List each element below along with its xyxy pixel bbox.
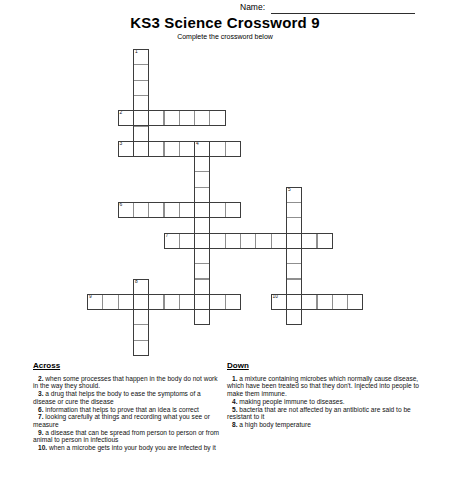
name-label: Name: [240, 2, 265, 12]
grid-cell[interactable] [179, 202, 195, 218]
grid-cell[interactable] [225, 233, 241, 249]
grid-cell[interactable] [118, 294, 134, 310]
clue-number-label: 6. [38, 406, 44, 413]
grid-cell[interactable] [133, 110, 149, 126]
grid-cell[interactable] [194, 171, 210, 187]
clue-number-label: 8. [232, 421, 238, 428]
grid-cell[interactable]: 9 [87, 294, 103, 310]
clue-number-label: 3. [38, 390, 44, 397]
grid-cell[interactable] [194, 202, 210, 218]
grid-cell[interactable] [194, 279, 210, 295]
crossword-grid: 12345678910 [87, 49, 364, 356]
clue-down-8: 8. a high body temperature [227, 421, 424, 429]
grid-cell[interactable] [347, 294, 363, 310]
grid-cell[interactable]: 5 [286, 187, 302, 203]
clue-across-2: 2. when some processes that happen in th… [33, 375, 223, 390]
grid-cell[interactable] [133, 294, 149, 310]
grid-cell[interactable] [194, 263, 210, 279]
grid-cell[interactable] [133, 309, 149, 325]
grid-cell[interactable] [148, 202, 164, 218]
clue-across-9: 9. a disease that can be spread from per… [33, 429, 223, 444]
grid-cell[interactable]: 1 [133, 49, 149, 65]
grid-cell[interactable] [102, 294, 118, 310]
page-subtitle: Complete the crossword below [0, 33, 450, 40]
grid-cell[interactable] [194, 110, 210, 126]
grid-cell[interactable] [133, 340, 149, 356]
grid-cell[interactable]: 10 [271, 294, 287, 310]
grid-cell[interactable] [332, 294, 348, 310]
grid-cell[interactable] [286, 309, 302, 325]
grid-cell[interactable] [194, 294, 210, 310]
across-clue-list: 2. when some processes that happen in th… [33, 375, 223, 452]
grid-cell[interactable]: 4 [194, 141, 210, 157]
clue-down-4: 4. making people immune to diseases. [227, 398, 424, 406]
down-clues-section: Down 1. a mixture containing microbes wh… [227, 362, 424, 429]
clue-number-label: 1. [232, 375, 238, 382]
grid-cell[interactable] [133, 95, 149, 111]
grid-cell[interactable] [194, 233, 210, 249]
grid-cell[interactable]: 7 [164, 233, 180, 249]
grid-cell[interactable] [179, 110, 195, 126]
grid-cell[interactable] [317, 294, 333, 310]
clue-number-label: 2. [38, 375, 44, 382]
across-header: Across [33, 362, 223, 370]
grid-cell[interactable]: 3 [118, 141, 134, 157]
clue-across-10: 10. when a microbe gets into your body y… [33, 444, 223, 452]
cell-number: 2 [120, 111, 123, 116]
clue-across-6: 6. information that helps to prove that … [33, 406, 223, 414]
grid-cell[interactable] [164, 202, 180, 218]
down-header: Down [227, 362, 424, 370]
grid-cell[interactable] [179, 233, 195, 249]
grid-cell[interactable] [133, 80, 149, 96]
grid-cell[interactable] [286, 217, 302, 233]
grid-cell[interactable] [164, 110, 180, 126]
grid-cell[interactable] [194, 248, 210, 264]
grid-cell[interactable] [286, 248, 302, 264]
grid-cell[interactable] [209, 294, 225, 310]
grid-cell[interactable] [148, 141, 164, 157]
cell-number: 1 [135, 50, 138, 55]
clue-number-label: 7. [38, 413, 44, 420]
grid-cell[interactable] [271, 233, 287, 249]
cell-number: 4 [196, 142, 199, 147]
cell-number: 5 [288, 188, 291, 193]
name-field[interactable] [271, 2, 415, 14]
clue-number-label: 10. [38, 444, 47, 451]
grid-cell[interactable] [301, 233, 317, 249]
across-clues-section: Across 2. when some processes that happe… [33, 362, 223, 452]
grid-cell[interactable] [194, 309, 210, 325]
grid-cell[interactable] [133, 141, 149, 157]
grid-cell[interactable] [301, 294, 317, 310]
grid-cell[interactable] [286, 233, 302, 249]
grid-cell[interactable] [286, 202, 302, 218]
grid-cell[interactable] [209, 233, 225, 249]
grid-cell[interactable] [194, 187, 210, 203]
clue-across-3: 3. a drug that helps the body to ease th… [33, 390, 223, 405]
grid-cell[interactable] [225, 202, 241, 218]
clue-number-label: 9. [38, 429, 44, 436]
clue-number-label: 4. [232, 398, 238, 405]
clue-across-7: 7. looking carefully at things and recor… [33, 413, 223, 428]
grid-cell[interactable]: 2 [118, 110, 134, 126]
grid-cell[interactable] [286, 294, 302, 310]
clue-down-5: 5. bacteria that are not affected by an … [227, 406, 424, 421]
grid-cell[interactable] [164, 294, 180, 310]
cell-number: 3 [120, 142, 123, 147]
grid-cell[interactable] [225, 141, 241, 157]
cell-number: 10 [273, 295, 278, 300]
grid-cell[interactable] [286, 263, 302, 279]
grid-cell[interactable] [225, 294, 241, 310]
cell-number: 7 [166, 234, 169, 239]
grid-cell[interactable] [194, 156, 210, 172]
grid-cell[interactable] [133, 64, 149, 80]
clue-number-label: 5. [232, 406, 238, 413]
grid-cell[interactable] [148, 294, 164, 310]
cell-number: 8 [135, 280, 138, 285]
grid-cell[interactable] [148, 110, 164, 126]
grid-cell[interactable] [317, 233, 333, 249]
grid-cell[interactable] [164, 141, 180, 157]
worksheet-page: { "game": "crossword", "header": { "name… [0, 0, 450, 500]
grid-cell[interactable] [133, 324, 149, 340]
grid-cell[interactable] [179, 141, 195, 157]
grid-cell[interactable] [133, 126, 149, 142]
grid-cell[interactable] [240, 233, 256, 249]
grid-cell[interactable] [209, 141, 225, 157]
cell-number: 9 [89, 295, 92, 300]
grid-cell[interactable] [255, 233, 271, 249]
grid-cell[interactable]: 8 [133, 279, 149, 295]
grid-cell[interactable]: 6 [118, 202, 134, 218]
grid-cell[interactable] [179, 294, 195, 310]
grid-cell[interactable] [194, 217, 210, 233]
down-clue-list: 1. a mixture containing microbes which n… [227, 375, 424, 429]
clue-down-1: 1. a mixture containing microbes which n… [227, 375, 424, 398]
cell-number: 6 [120, 203, 123, 208]
grid-cell[interactable] [286, 279, 302, 295]
grid-cell[interactable] [133, 202, 149, 218]
grid-cell[interactable] [209, 110, 225, 126]
page-title: KS3 Science Crossword 9 [0, 14, 450, 31]
grid-cell[interactable] [209, 202, 225, 218]
